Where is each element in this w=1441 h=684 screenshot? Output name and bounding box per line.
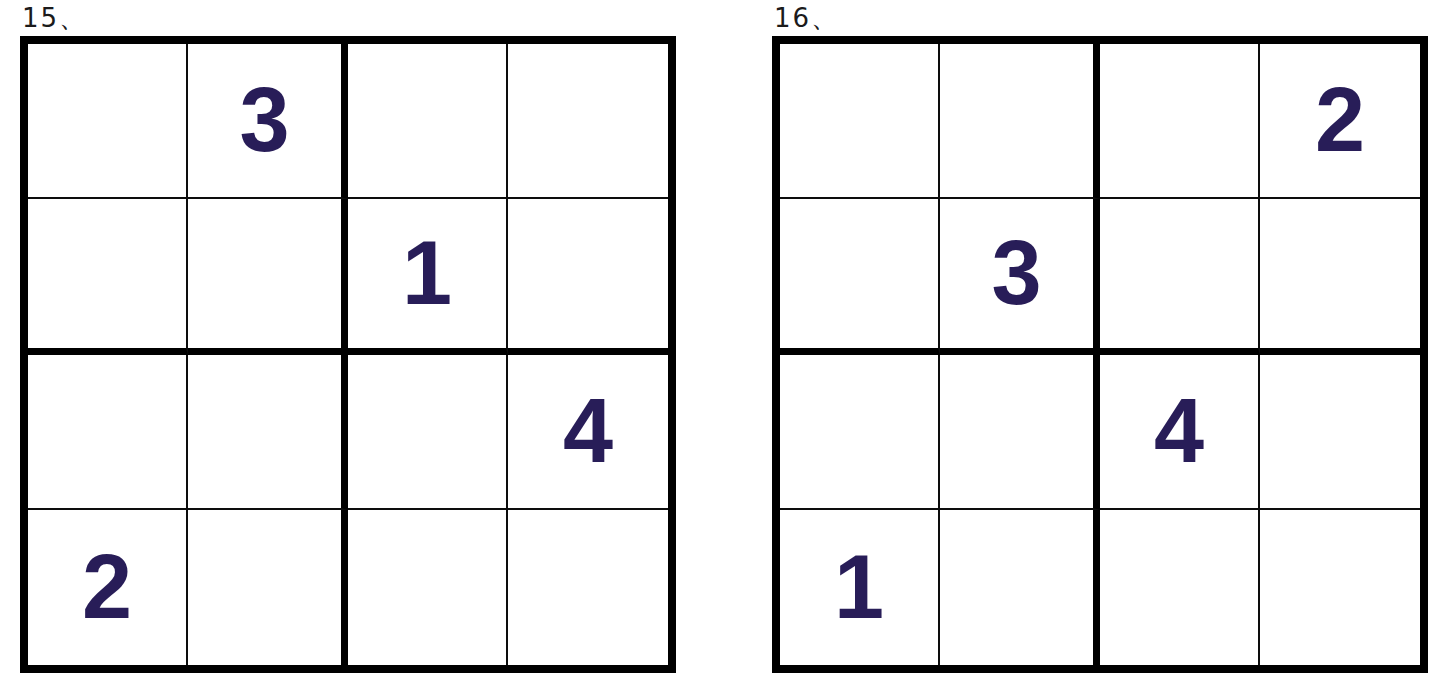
cell-r3c3: 4	[1100, 355, 1260, 510]
cell-r2c3: 1	[348, 199, 508, 354]
cell-r2c2[interactable]	[188, 199, 348, 354]
cell-r1c4[interactable]	[508, 44, 668, 199]
cell-r2c1[interactable]	[28, 199, 188, 354]
cell-r4c1: 1	[780, 510, 940, 665]
cell-r3c1[interactable]	[28, 355, 188, 510]
puzzle-16-label: 16、	[772, 3, 1428, 36]
cell-r1c1[interactable]	[780, 44, 940, 199]
cell-r1c3[interactable]	[1100, 44, 1260, 199]
cell-r2c3[interactable]	[1100, 199, 1260, 354]
cell-r1c1[interactable]	[28, 44, 188, 199]
cell-r2c4[interactable]	[1260, 199, 1420, 354]
cell-r4c2[interactable]	[940, 510, 1100, 665]
cell-r1c2: 3	[188, 44, 348, 199]
cell-r4c3[interactable]	[348, 510, 508, 665]
cell-r2c4[interactable]	[508, 199, 668, 354]
puzzle-16-grid: 2341	[772, 36, 1428, 673]
puzzle-15-grid: 3142	[20, 36, 676, 673]
cell-r4c4[interactable]	[1260, 510, 1420, 665]
cell-r4c3[interactable]	[1100, 510, 1260, 665]
puzzle-15-label: 15、	[20, 3, 676, 36]
puzzle-15: 15、 3142	[20, 3, 676, 673]
cell-r3c3[interactable]	[348, 355, 508, 510]
cell-r1c3[interactable]	[348, 44, 508, 199]
cell-r2c1[interactable]	[780, 199, 940, 354]
cell-r3c4[interactable]	[1260, 355, 1420, 510]
cell-r4c2[interactable]	[188, 510, 348, 665]
worksheet-page: 15、 3142 16、 2341	[0, 0, 1441, 673]
puzzle-16: 16、 2341	[772, 3, 1428, 673]
cell-r2c2: 3	[940, 199, 1100, 354]
cell-r4c1: 2	[28, 510, 188, 665]
cell-r3c4: 4	[508, 355, 668, 510]
cell-r3c1[interactable]	[780, 355, 940, 510]
cell-r3c2[interactable]	[940, 355, 1100, 510]
cell-r3c2[interactable]	[188, 355, 348, 510]
cell-r1c4: 2	[1260, 44, 1420, 199]
cell-r1c2[interactable]	[940, 44, 1100, 199]
cell-r4c4[interactable]	[508, 510, 668, 665]
